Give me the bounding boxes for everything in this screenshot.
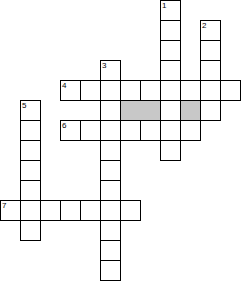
grid-cell[interactable] bbox=[160, 120, 181, 141]
shaded-cell bbox=[180, 100, 201, 121]
grid-cell[interactable] bbox=[140, 120, 161, 141]
grid-cell[interactable] bbox=[180, 80, 201, 101]
grid-cell[interactable] bbox=[20, 120, 41, 141]
clue-number: 5 bbox=[22, 101, 26, 110]
grid-cell[interactable] bbox=[200, 60, 221, 81]
grid-cell[interactable] bbox=[100, 220, 121, 241]
grid-cell[interactable] bbox=[20, 160, 41, 181]
grid-cell[interactable] bbox=[100, 180, 121, 201]
clue-number: 4 bbox=[62, 81, 66, 90]
grid-cell[interactable] bbox=[160, 100, 181, 121]
grid-cell[interactable] bbox=[20, 140, 41, 161]
grid-cell[interactable] bbox=[160, 140, 181, 161]
grid-cell[interactable] bbox=[160, 60, 181, 81]
grid-cell[interactable] bbox=[140, 80, 161, 101]
grid-cell[interactable] bbox=[20, 220, 41, 241]
clue-number: 7 bbox=[2, 201, 6, 210]
grid-cell[interactable] bbox=[120, 80, 141, 101]
grid-cell[interactable] bbox=[200, 80, 221, 101]
grid-cell[interactable] bbox=[120, 120, 141, 141]
grid-cell[interactable] bbox=[100, 260, 121, 281]
grid-cell[interactable] bbox=[200, 40, 221, 61]
grid-cell[interactable] bbox=[160, 20, 181, 41]
grid-cell[interactable]: 5 bbox=[20, 100, 41, 121]
shaded-cell bbox=[120, 100, 161, 121]
grid-cell[interactable] bbox=[80, 80, 101, 101]
grid-cell[interactable]: 2 bbox=[200, 20, 221, 41]
clue-number: 1 bbox=[162, 1, 166, 10]
grid-cell[interactable] bbox=[20, 200, 41, 221]
grid-cell[interactable]: 3 bbox=[100, 60, 121, 81]
grid-cell[interactable] bbox=[100, 200, 121, 221]
crossword-grid: 1234567 bbox=[0, 0, 241, 281]
clue-number: 3 bbox=[102, 61, 106, 70]
grid-cell[interactable] bbox=[100, 100, 121, 121]
grid-cell[interactable] bbox=[180, 120, 201, 141]
grid-cell[interactable] bbox=[100, 140, 121, 161]
grid-cell[interactable]: 6 bbox=[60, 120, 81, 141]
grid-cell[interactable] bbox=[80, 200, 101, 221]
grid-cell[interactable]: 7 bbox=[0, 200, 21, 221]
grid-cell[interactable] bbox=[160, 80, 181, 101]
grid-cell[interactable] bbox=[200, 100, 221, 121]
grid-cell[interactable] bbox=[100, 160, 121, 181]
grid-cell[interactable] bbox=[80, 120, 101, 141]
grid-cell[interactable] bbox=[40, 200, 61, 221]
grid-cell[interactable]: 4 bbox=[60, 80, 81, 101]
clue-number: 6 bbox=[62, 121, 66, 130]
grid-cell[interactable] bbox=[100, 240, 121, 261]
grid-cell[interactable] bbox=[100, 80, 121, 101]
grid-cell[interactable]: 1 bbox=[160, 0, 181, 21]
grid-cell[interactable] bbox=[20, 180, 41, 201]
grid-cell[interactable] bbox=[120, 200, 141, 221]
grid-cell[interactable] bbox=[60, 200, 81, 221]
grid-cell[interactable] bbox=[100, 120, 121, 141]
grid-cell[interactable] bbox=[220, 80, 241, 101]
clue-number: 2 bbox=[202, 21, 206, 30]
grid-cell[interactable] bbox=[160, 40, 181, 61]
